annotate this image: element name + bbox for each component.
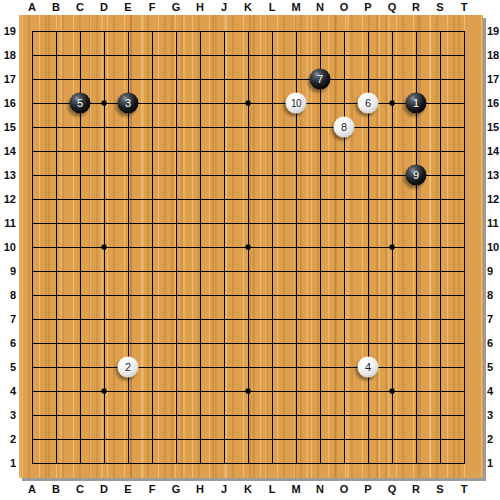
col-label-top-M: M	[284, 0, 308, 15]
stone-white-8[interactable]: 8	[334, 117, 355, 138]
row-label-right-12: 12	[487, 192, 500, 206]
col-label-bottom-J: J	[212, 482, 236, 497]
row-label-right-17: 17	[487, 72, 500, 86]
col-label-top-B: B	[44, 0, 68, 15]
row-label-left-15: 15	[0, 120, 16, 134]
row-label-left-6: 6	[0, 336, 16, 350]
col-label-bottom-C: C	[68, 482, 92, 497]
row-label-right-8: 8	[487, 288, 500, 302]
col-label-top-L: L	[260, 0, 284, 15]
star-point-D4	[102, 389, 107, 394]
row-label-left-16: 16	[0, 96, 16, 110]
row-label-right-2: 2	[487, 432, 500, 446]
row-label-right-14: 14	[487, 144, 500, 158]
col-label-bottom-K: K	[236, 482, 260, 497]
row-label-left-2: 2	[0, 432, 16, 446]
col-label-bottom-M: M	[284, 482, 308, 497]
row-label-left-1: 1	[0, 456, 16, 470]
col-label-bottom-F: F	[140, 482, 164, 497]
row-label-left-8: 8	[0, 288, 16, 302]
col-label-bottom-P: P	[356, 482, 380, 497]
star-point-Q10	[390, 245, 395, 250]
col-label-top-D: D	[92, 0, 116, 15]
col-label-top-Q: Q	[380, 0, 404, 15]
col-label-bottom-Q: Q	[380, 482, 404, 497]
row-label-right-13: 13	[487, 168, 500, 182]
col-label-bottom-D: D	[92, 482, 116, 497]
row-label-left-12: 12	[0, 192, 16, 206]
col-label-bottom-H: H	[188, 482, 212, 497]
col-label-bottom-E: E	[116, 482, 140, 497]
row-label-right-1: 1	[487, 456, 500, 470]
stone-black-9[interactable]: 9	[406, 165, 427, 186]
row-label-left-17: 17	[0, 72, 16, 86]
stone-black-1[interactable]: 1	[406, 93, 427, 114]
row-label-right-9: 9	[487, 264, 500, 278]
row-label-right-10: 10	[487, 240, 500, 254]
stone-black-7[interactable]: 7	[310, 69, 331, 90]
col-label-bottom-B: B	[44, 482, 68, 497]
col-label-top-P: P	[356, 0, 380, 15]
col-label-top-T: T	[452, 0, 476, 15]
stone-white-4[interactable]: 4	[358, 357, 379, 378]
row-label-left-19: 19	[0, 24, 16, 38]
col-label-bottom-S: S	[428, 482, 452, 497]
col-label-bottom-L: L	[260, 482, 284, 497]
row-label-right-19: 19	[487, 24, 500, 38]
stone-white-10[interactable]: 10	[286, 93, 307, 114]
row-label-right-5: 5	[487, 360, 500, 374]
col-label-top-E: E	[116, 0, 140, 15]
row-label-left-18: 18	[0, 48, 16, 62]
row-label-right-16: 16	[487, 96, 500, 110]
row-label-left-14: 14	[0, 144, 16, 158]
col-label-top-S: S	[428, 0, 452, 15]
row-label-left-3: 3	[0, 408, 16, 422]
row-label-left-10: 10	[0, 240, 16, 254]
row-label-left-7: 7	[0, 312, 16, 326]
col-label-top-F: F	[140, 0, 164, 15]
col-label-top-C: C	[68, 0, 92, 15]
row-label-left-13: 13	[0, 168, 16, 182]
stone-white-6[interactable]: 6	[358, 93, 379, 114]
col-label-bottom-T: T	[452, 482, 476, 497]
row-label-right-18: 18	[487, 48, 500, 62]
col-label-top-G: G	[164, 0, 188, 15]
col-label-top-J: J	[212, 0, 236, 15]
col-label-top-N: N	[308, 0, 332, 15]
row-label-right-11: 11	[487, 216, 500, 230]
row-label-right-15: 15	[487, 120, 500, 134]
col-label-bottom-A: A	[20, 482, 44, 497]
star-point-K10	[246, 245, 251, 250]
star-point-Q4	[390, 389, 395, 394]
row-label-left-9: 9	[0, 264, 16, 278]
star-point-Q16	[390, 101, 395, 106]
col-label-top-A: A	[20, 0, 44, 15]
col-label-bottom-G: G	[164, 482, 188, 497]
row-label-left-11: 11	[0, 216, 16, 230]
col-label-bottom-R: R	[404, 482, 428, 497]
col-label-bottom-O: O	[332, 482, 356, 497]
col-label-top-K: K	[236, 0, 260, 15]
go-diagram: AABBCCDDEEFFGGHHJJKKLLMMNNOOPPQQRRSSTT19…	[0, 0, 500, 500]
row-label-right-3: 3	[487, 408, 500, 422]
star-point-D16	[102, 101, 107, 106]
stone-black-5[interactable]: 5	[70, 93, 91, 114]
row-label-right-7: 7	[487, 312, 500, 326]
row-label-right-6: 6	[487, 336, 500, 350]
star-point-K16	[246, 101, 251, 106]
col-label-top-H: H	[188, 0, 212, 15]
row-label-left-4: 4	[0, 384, 16, 398]
star-point-D10	[102, 245, 107, 250]
col-label-top-O: O	[332, 0, 356, 15]
row-label-left-5: 5	[0, 360, 16, 374]
col-label-bottom-N: N	[308, 482, 332, 497]
row-label-right-4: 4	[487, 384, 500, 398]
star-point-K4	[246, 389, 251, 394]
stone-white-2[interactable]: 2	[118, 357, 139, 378]
col-label-top-R: R	[404, 0, 428, 15]
stone-black-3[interactable]: 3	[118, 93, 139, 114]
